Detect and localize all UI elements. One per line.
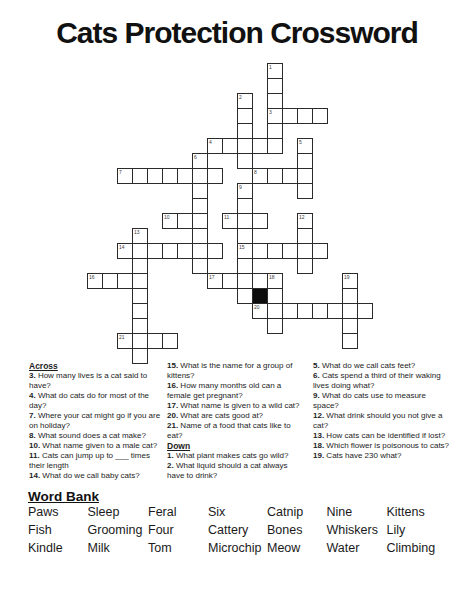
grid-cell[interactable] bbox=[177, 213, 193, 229]
clue-text: What drink should you not give a cat? bbox=[313, 411, 442, 430]
clue-text: What do cats do for most of the day? bbox=[29, 391, 149, 410]
grid-cell[interactable]: 18 bbox=[267, 273, 283, 289]
grid-cell[interactable] bbox=[117, 273, 133, 289]
grid-cell[interactable] bbox=[252, 243, 268, 259]
clue-number: 11. bbox=[29, 451, 40, 460]
grid-cell[interactable] bbox=[192, 198, 208, 214]
grid-cell[interactable]: 13 bbox=[132, 228, 148, 244]
clue-text: What do we call baby cats? bbox=[40, 471, 140, 480]
clue-number: 21. bbox=[167, 421, 178, 430]
grid-cell[interactable] bbox=[267, 318, 283, 334]
clue-text: What do we call cats feet? bbox=[320, 361, 416, 370]
grid-cell[interactable] bbox=[192, 183, 208, 199]
cell-number: 14 bbox=[119, 244, 125, 250]
grid-cell[interactable] bbox=[252, 273, 268, 289]
grid-cell[interactable] bbox=[237, 288, 253, 304]
grid-cell[interactable] bbox=[297, 108, 313, 124]
grid-cell[interactable] bbox=[147, 168, 163, 184]
clue-number: 4. bbox=[29, 391, 36, 400]
clue-number: 7. bbox=[29, 411, 36, 420]
clue-number: 19. bbox=[313, 451, 324, 460]
clue-item: 21. Name of a food that cats like to eat… bbox=[167, 421, 303, 441]
clue-number: 18. bbox=[313, 441, 324, 450]
clue-text: What plant makes cats go wild? bbox=[174, 451, 289, 460]
grid-cell[interactable]: 15 bbox=[237, 243, 253, 259]
grid-cell[interactable] bbox=[192, 258, 208, 274]
word-bank-word: Kittens bbox=[387, 506, 425, 520]
grid-cell-black bbox=[252, 288, 268, 304]
clue-item: 3. How many lives is a cat said to have? bbox=[29, 371, 164, 391]
grid-cell[interactable] bbox=[192, 228, 208, 244]
grid-cell[interactable] bbox=[282, 108, 298, 124]
grid-cell[interactable] bbox=[297, 243, 313, 259]
word-bank-heading: Word Bank bbox=[28, 490, 99, 505]
cell-number: 10 bbox=[164, 214, 170, 220]
grid-cell[interactable] bbox=[342, 318, 358, 334]
cell-number: 2 bbox=[239, 94, 242, 100]
grid-cell[interactable] bbox=[177, 243, 193, 259]
grid-cell[interactable] bbox=[267, 168, 283, 184]
grid-cell[interactable] bbox=[237, 258, 253, 274]
grid-cell[interactable] bbox=[297, 168, 313, 184]
clue-number: 12. bbox=[313, 411, 324, 420]
clue-text: Where your cat might go if you are on ho… bbox=[29, 411, 160, 430]
grid-cell[interactable]: 16 bbox=[87, 273, 103, 289]
cell-number: 5 bbox=[299, 139, 302, 145]
grid-cell[interactable] bbox=[192, 243, 208, 259]
grid-cell[interactable] bbox=[282, 168, 298, 184]
grid-cell[interactable] bbox=[267, 93, 283, 109]
grid-cell[interactable] bbox=[237, 198, 253, 214]
word-bank-word: Sleep bbox=[88, 506, 120, 520]
grid-cell[interactable]: 1 bbox=[267, 63, 283, 79]
word-bank-word: Four bbox=[148, 524, 174, 538]
clue-item: 10. What name given to a male cat? bbox=[29, 441, 164, 451]
clue-item: 11. Cats can jump up to ___ times their … bbox=[29, 451, 164, 471]
grid-cell[interactable] bbox=[267, 138, 283, 154]
grid-cell[interactable] bbox=[162, 243, 178, 259]
clue-number: 13. bbox=[313, 431, 324, 440]
grid-cell[interactable] bbox=[357, 303, 373, 319]
grid-cell[interactable] bbox=[267, 78, 283, 94]
clue-item: 7. Where your cat might go if you are on… bbox=[29, 411, 164, 431]
grid-cell[interactable] bbox=[297, 183, 313, 199]
clue-text: Cats can jump up to ___ times their leng… bbox=[29, 451, 150, 470]
clue-number: 20. bbox=[167, 411, 178, 420]
grid-cell[interactable] bbox=[237, 108, 253, 124]
clue-text: How many lives is a cat said to have? bbox=[29, 371, 147, 390]
grid-cell[interactable]: 17 bbox=[207, 273, 223, 289]
clue-text: How cats can be identified if lost? bbox=[324, 431, 445, 440]
word-bank-word: Climbing bbox=[387, 542, 436, 556]
clue-item: 17. What name is given to a wild cat? bbox=[167, 401, 303, 411]
grid-cell[interactable] bbox=[267, 288, 283, 304]
grid-cell[interactable] bbox=[237, 228, 253, 244]
clue-text: What do cats use to measure space? bbox=[313, 391, 426, 410]
grid-cell[interactable] bbox=[132, 288, 148, 304]
clue-number: 1. bbox=[167, 451, 174, 460]
crossword-grid: 123456789101112131415161718192021 bbox=[87, 63, 374, 365]
grid-cell[interactable] bbox=[132, 318, 148, 334]
clues-column-3: 5. What do we call cats feet?6. Cats spe… bbox=[313, 361, 453, 461]
grid-cell[interactable] bbox=[237, 213, 253, 229]
word-bank-word: Milk bbox=[88, 542, 110, 556]
word-bank-word: Microchip bbox=[208, 542, 262, 556]
grid-cell[interactable] bbox=[297, 258, 313, 274]
word-bank-word: Kindle bbox=[28, 542, 63, 556]
grid-cell[interactable] bbox=[237, 273, 253, 289]
grid-cell[interactable] bbox=[222, 273, 238, 289]
grid-cell[interactable] bbox=[252, 138, 268, 154]
clue-item: 13. How cats can be identified if lost? bbox=[313, 431, 453, 441]
cell-number: 12 bbox=[299, 214, 305, 220]
grid-cell[interactable] bbox=[162, 333, 178, 349]
cell-number: 9 bbox=[239, 184, 242, 190]
word-bank-word: Nine bbox=[327, 506, 353, 520]
clue-item: 19. Cats have 230 what? bbox=[313, 451, 453, 461]
grid-cell[interactable] bbox=[312, 303, 328, 319]
clue-text: What name given to a male cat? bbox=[40, 441, 157, 450]
grid-cell[interactable]: 4 bbox=[207, 138, 223, 154]
grid-cell[interactable] bbox=[132, 258, 148, 274]
word-bank-word: Whiskers bbox=[327, 524, 378, 538]
grid-cell[interactable] bbox=[192, 168, 208, 184]
clue-number: 6. bbox=[313, 371, 320, 380]
clue-number: 15. bbox=[167, 361, 178, 370]
word-bank-word: Paws bbox=[28, 506, 59, 520]
grid-cell[interactable] bbox=[342, 333, 358, 349]
grid-cell[interactable] bbox=[147, 243, 163, 259]
cell-number: 16 bbox=[89, 274, 95, 280]
clue-number: 8. bbox=[29, 431, 36, 440]
grid-cell[interactable]: 5 bbox=[297, 138, 313, 154]
grid-cell[interactable] bbox=[297, 228, 313, 244]
worksheet-page: Cats Protection Crossword 12345678910111… bbox=[0, 0, 474, 613]
cell-number: 8 bbox=[254, 169, 257, 175]
grid-cell[interactable] bbox=[342, 288, 358, 304]
cell-number: 6 bbox=[194, 154, 197, 160]
grid-cell[interactable] bbox=[312, 243, 328, 259]
clue-text: Cats spend a third of their waking lives… bbox=[313, 371, 441, 390]
clue-item: 14. What do we call baby cats? bbox=[29, 471, 164, 481]
grid-cell[interactable] bbox=[177, 168, 193, 184]
grid-cell[interactable] bbox=[282, 243, 298, 259]
word-bank-word: Grooming bbox=[88, 524, 143, 538]
grid-cell[interactable]: 10 bbox=[162, 213, 178, 229]
grid-cell[interactable]: 21 bbox=[117, 333, 133, 349]
grid-cell[interactable] bbox=[192, 213, 208, 229]
word-bank-word: Meow bbox=[267, 542, 300, 556]
cell-number: 13 bbox=[134, 229, 140, 235]
clue-text: Which flower is poisonous to cats? bbox=[324, 441, 449, 450]
grid-cell[interactable] bbox=[147, 333, 163, 349]
grid-cell[interactable] bbox=[132, 243, 148, 259]
grid-cell[interactable] bbox=[267, 123, 283, 139]
grid-cell[interactable] bbox=[132, 168, 148, 184]
clue-number: 10. bbox=[29, 441, 40, 450]
clue-item: 12. What drink should you not give a cat… bbox=[313, 411, 453, 431]
grid-cell[interactable] bbox=[267, 303, 283, 319]
grid-cell[interactable]: 8 bbox=[252, 168, 268, 184]
clues-column-1: Across3. How many lives is a cat said to… bbox=[29, 361, 164, 481]
clue-number: 16. bbox=[167, 381, 178, 390]
grid-cell[interactable] bbox=[267, 243, 283, 259]
clue-item: 16. How many months old can a female get… bbox=[167, 381, 303, 401]
clue-item: 5. What do we call cats feet? bbox=[313, 361, 453, 371]
grid-cell[interactable]: 14 bbox=[117, 243, 133, 259]
cell-number: 21 bbox=[119, 334, 125, 340]
grid-cell[interactable] bbox=[237, 153, 253, 169]
grid-cell[interactable] bbox=[342, 303, 358, 319]
grid-cell[interactable] bbox=[237, 123, 253, 139]
clue-text: What is the name for a group of kittens? bbox=[167, 361, 292, 380]
cell-number: 4 bbox=[209, 139, 212, 145]
grid-cell[interactable] bbox=[162, 168, 178, 184]
clue-item: 2. What liquid should a cat always have … bbox=[167, 461, 303, 481]
word-bank-word: Fish bbox=[28, 524, 52, 538]
cell-number: 17 bbox=[209, 274, 215, 280]
grid-cell[interactable]: 7 bbox=[117, 168, 133, 184]
cell-number: 18 bbox=[269, 274, 275, 280]
clue-text: Name of a food that cats like to eat? bbox=[167, 421, 291, 440]
grid-cell[interactable] bbox=[132, 303, 148, 319]
clue-text: What are cats good at? bbox=[178, 411, 263, 420]
clue-text: What sound does a cat make? bbox=[36, 431, 146, 440]
clue-number: 17. bbox=[167, 401, 178, 410]
cell-number: 20 bbox=[254, 304, 260, 310]
clue-text: What name is given to a wild cat? bbox=[178, 401, 299, 410]
cell-number: 15 bbox=[239, 244, 245, 250]
cell-number: 11 bbox=[224, 214, 229, 220]
clue-item: 9. What do cats use to measure space? bbox=[313, 391, 453, 411]
word-bank-word: Bones bbox=[267, 524, 302, 538]
page-title: Cats Protection Crossword bbox=[0, 18, 474, 48]
grid-cell[interactable] bbox=[207, 168, 223, 184]
clue-number: 3. bbox=[29, 371, 36, 380]
grid-cell[interactable] bbox=[327, 303, 343, 319]
clue-item: 20. What are cats good at? bbox=[167, 411, 303, 421]
clue-item: 8. What sound does a cat make? bbox=[29, 431, 164, 441]
grid-cell[interactable] bbox=[297, 303, 313, 319]
grid-cell[interactable] bbox=[252, 213, 268, 229]
word-bank-word: Feral bbox=[148, 506, 176, 520]
clue-list-heading: Across bbox=[29, 361, 164, 371]
grid-cell[interactable] bbox=[207, 243, 223, 259]
clue-item: 1. What plant makes cats go wild? bbox=[167, 451, 303, 461]
grid-cell[interactable] bbox=[222, 138, 238, 154]
grid-cell[interactable]: 11 bbox=[222, 213, 238, 229]
clue-number: 9. bbox=[313, 391, 320, 400]
word-bank-word: Lily bbox=[387, 524, 406, 538]
grid-cell[interactable]: 3 bbox=[267, 108, 283, 124]
clue-item: 15. What is the name for a group of kitt… bbox=[167, 361, 303, 381]
grid-cell[interactable]: 6 bbox=[192, 153, 208, 169]
grid-cell[interactable] bbox=[132, 273, 148, 289]
grid-cell[interactable] bbox=[297, 153, 313, 169]
grid-cell[interactable] bbox=[132, 333, 148, 349]
word-bank-word: Catnip bbox=[267, 506, 303, 520]
clue-text: How many months old can a female get pre… bbox=[167, 381, 281, 400]
grid-cell[interactable] bbox=[237, 138, 253, 154]
grid-cell[interactable]: 12 bbox=[297, 213, 313, 229]
cell-number: 3 bbox=[269, 109, 272, 115]
cell-number: 7 bbox=[119, 169, 122, 175]
clue-text: Cats have 230 what? bbox=[324, 451, 401, 460]
clue-number: 2. bbox=[167, 461, 174, 470]
clue-number: 5. bbox=[313, 361, 320, 370]
grid-cell[interactable] bbox=[282, 303, 298, 319]
grid-cell[interactable]: 19 bbox=[342, 273, 358, 289]
grid-cell[interactable] bbox=[102, 273, 118, 289]
clue-item: 4. What do cats do for most of the day? bbox=[29, 391, 164, 411]
clue-item: 18. Which flower is poisonous to cats? bbox=[313, 441, 453, 451]
cell-number: 19 bbox=[344, 274, 350, 280]
clue-text: What liquid should a cat always have to … bbox=[167, 461, 288, 480]
clues-column-2: 15. What is the name for a group of kitt… bbox=[167, 361, 303, 481]
grid-cell[interactable] bbox=[312, 108, 328, 124]
clue-list-heading: Down bbox=[167, 441, 303, 451]
word-bank-word: Tom bbox=[148, 542, 172, 556]
cell-number: 1 bbox=[269, 64, 272, 70]
grid-cell[interactable]: 9 bbox=[237, 183, 253, 199]
grid-cell[interactable]: 20 bbox=[252, 303, 268, 319]
word-bank-word: Water bbox=[327, 542, 360, 556]
grid-cell[interactable]: 2 bbox=[237, 93, 253, 109]
word-bank-word: Cattery bbox=[208, 524, 248, 538]
clue-item: 6. Cats spend a third of their waking li… bbox=[313, 371, 453, 391]
clue-number: 14. bbox=[29, 471, 40, 480]
word-bank-word: Six bbox=[208, 506, 225, 520]
